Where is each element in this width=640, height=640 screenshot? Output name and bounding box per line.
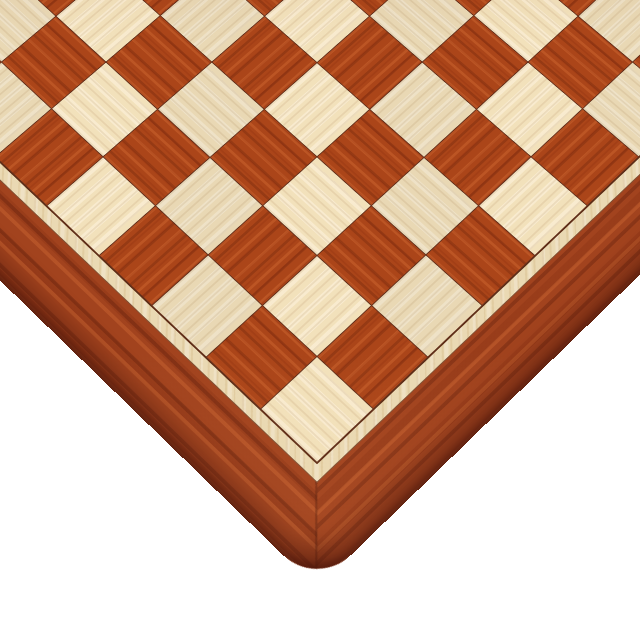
photo-white-background bbox=[0, 0, 640, 640]
frame-miter-joint bbox=[315, 465, 317, 588]
chessboard bbox=[0, 0, 640, 588]
playing-field bbox=[0, 0, 640, 464]
